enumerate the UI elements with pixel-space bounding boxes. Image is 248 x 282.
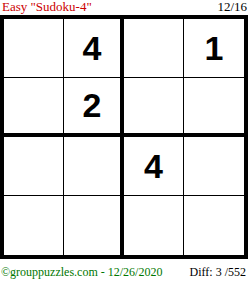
puzzle-counter: 12/16 [217,0,247,14]
cell-r1c4[interactable]: 1 [184,19,244,78]
page-title: Easy "Sudoku-4" [2,0,92,14]
footer: ©grouppuzzles.com - 12/26/2020 Diff: 3 /… [0,259,248,282]
cell-r4c4[interactable] [184,196,244,255]
cell-r3c2[interactable] [64,137,124,196]
cell-r4c2[interactable] [64,196,124,255]
cell-r3c1[interactable] [4,137,64,196]
cell-r2c3[interactable] [124,78,184,137]
sudoku-board: 4124 [0,15,248,259]
cell-r1c3[interactable] [124,19,184,78]
cell-r4c3[interactable] [124,196,184,255]
cell-r2c1[interactable] [4,78,64,137]
cell-r3c3[interactable]: 4 [124,137,184,196]
cell-r2c2[interactable]: 2 [64,78,124,137]
header: Easy "Sudoku-4" 12/16 [0,0,248,15]
cell-r2c4[interactable] [184,78,244,137]
copyright-text: ©grouppuzzles.com - 12/26/2020 [1,265,162,280]
cell-r1c2[interactable]: 4 [64,19,124,78]
sudoku-page: Easy "Sudoku-4" 12/16 4124 ©grouppuzzles… [0,0,248,282]
cell-r4c1[interactable] [4,196,64,255]
difficulty-text: Diff: 3 /552 [190,265,246,280]
cell-r3c4[interactable] [184,137,244,196]
cell-r1c1[interactable] [4,19,64,78]
